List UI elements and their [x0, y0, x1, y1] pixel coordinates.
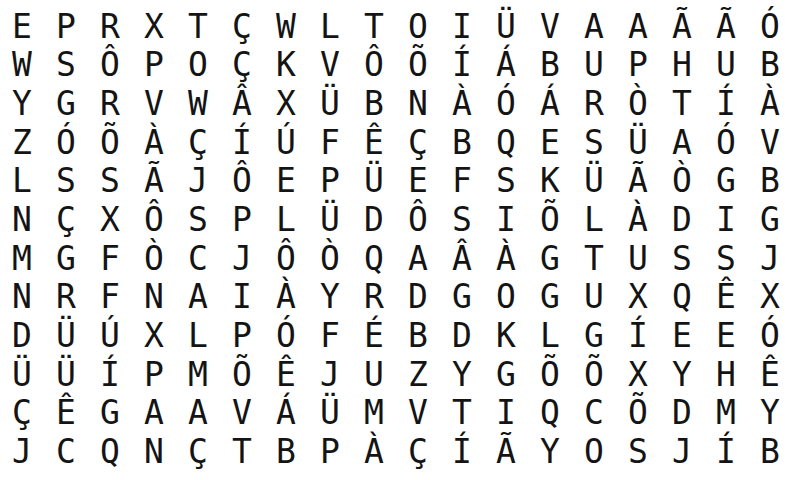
grid-cell[interactable]: A — [660, 123, 704, 162]
grid-cell[interactable]: Õ — [220, 355, 264, 394]
grid-cell[interactable]: I — [484, 200, 528, 239]
grid-cell[interactable]: Ü — [572, 162, 616, 201]
grid-cell[interactable]: N — [396, 84, 440, 123]
grid-cell[interactable]: A — [572, 7, 616, 46]
grid-cell[interactable]: D — [660, 394, 704, 433]
word-search-grid: EPRXTÇWLTOIÜVAAÃÃÓWSÔPOÇKVÔÕÍÁBUPHUBYGRV… — [0, 7, 792, 471]
grid-cell[interactable]: O — [176, 46, 220, 85]
grid-cell[interactable]: X — [616, 278, 660, 317]
grid-cell[interactable]: O — [484, 278, 528, 317]
grid-cell[interactable]: J — [176, 162, 220, 201]
grid-cell[interactable]: Ê — [352, 123, 396, 162]
grid-cell[interactable]: K — [264, 46, 308, 85]
grid-cell[interactable]: À — [132, 123, 176, 162]
grid-cell[interactable]: Ü — [616, 123, 660, 162]
grid-cell[interactable]: L — [528, 316, 572, 355]
grid-cell[interactable]: S — [704, 239, 748, 278]
grid-cell[interactable]: S — [44, 162, 88, 201]
grid-cell[interactable]: S — [660, 239, 704, 278]
grid-cell[interactable]: Í — [440, 432, 484, 471]
grid-cell[interactable]: P — [44, 7, 88, 46]
grid-cell[interactable]: Z — [0, 123, 44, 162]
grid-cell[interactable]: P — [308, 432, 352, 471]
grid-cell[interactable]: Ò — [616, 84, 660, 123]
grid-cell[interactable]: E — [704, 316, 748, 355]
grid-cell[interactable]: Ç — [220, 7, 264, 46]
grid-cell[interactable]: À — [748, 84, 792, 123]
grid-cell[interactable]: Ü — [308, 84, 352, 123]
grid-cell[interactable]: P — [308, 162, 352, 201]
grid-cell[interactable]: H — [704, 355, 748, 394]
grid-cell[interactable]: Ã — [132, 162, 176, 201]
grid-cell[interactable]: G — [704, 162, 748, 201]
grid-cell[interactable]: Í — [704, 84, 748, 123]
grid-cell[interactable]: L — [308, 7, 352, 46]
grid-cell[interactable]: X — [132, 316, 176, 355]
grid-cell[interactable]: B — [748, 432, 792, 471]
grid-cell[interactable]: U — [352, 355, 396, 394]
grid-cell[interactable]: F — [88, 239, 132, 278]
grid-cell[interactable]: T — [176, 7, 220, 46]
grid-cell[interactable]: Ô — [352, 46, 396, 85]
grid-cell[interactable]: T — [440, 394, 484, 433]
grid-cell[interactable]: B — [396, 316, 440, 355]
grid-cell[interactable]: Ó — [44, 123, 88, 162]
grid-cell[interactable]: Y — [528, 432, 572, 471]
grid-cell[interactable]: G — [484, 355, 528, 394]
grid-cell[interactable]: Õ — [88, 123, 132, 162]
grid-cell[interactable]: M — [0, 239, 44, 278]
grid-cell[interactable]: Y — [440, 355, 484, 394]
grid-cell[interactable]: À — [264, 278, 308, 317]
grid-cell[interactable]: Y — [660, 355, 704, 394]
grid-cell[interactable]: F — [308, 316, 352, 355]
grid-cell[interactable]: Ê — [44, 394, 88, 433]
grid-cell[interactable]: J — [308, 355, 352, 394]
grid-cell[interactable]: W — [264, 7, 308, 46]
grid-cell[interactable]: C — [176, 239, 220, 278]
grid-cell[interactable]: V — [528, 7, 572, 46]
grid-cell[interactable]: N — [0, 278, 44, 317]
grid-cell[interactable]: Ú — [264, 123, 308, 162]
grid-cell[interactable]: Z — [396, 355, 440, 394]
grid-cell[interactable]: G — [440, 278, 484, 317]
grid-cell[interactable]: Ô — [396, 200, 440, 239]
grid-cell[interactable]: S — [44, 46, 88, 85]
grid-cell[interactable]: J — [0, 432, 44, 471]
grid-cell[interactable]: Ã — [660, 7, 704, 46]
grid-cell[interactable]: Ç — [176, 123, 220, 162]
grid-cell[interactable]: Ç — [0, 394, 44, 433]
grid-cell[interactable]: S — [88, 162, 132, 201]
grid-cell[interactable]: S — [440, 200, 484, 239]
grid-cell[interactable]: S — [572, 123, 616, 162]
grid-cell[interactable]: G — [88, 394, 132, 433]
grid-cell[interactable]: Ó — [748, 316, 792, 355]
grid-cell[interactable]: N — [0, 200, 44, 239]
grid-cell[interactable]: À — [616, 200, 660, 239]
grid-cell[interactable]: Q — [88, 432, 132, 471]
grid-cell[interactable]: Ó — [484, 84, 528, 123]
grid-cell[interactable]: S — [176, 200, 220, 239]
grid-cell[interactable]: R — [88, 7, 132, 46]
grid-cell[interactable]: Q — [660, 278, 704, 317]
grid-cell[interactable]: F — [308, 123, 352, 162]
grid-cell[interactable]: G — [748, 200, 792, 239]
grid-cell[interactable]: P — [132, 46, 176, 85]
grid-cell[interactable]: K — [528, 162, 572, 201]
grid-cell[interactable]: Í — [220, 123, 264, 162]
grid-cell[interactable]: Á — [264, 394, 308, 433]
grid-cell[interactable]: Á — [484, 46, 528, 85]
grid-cell[interactable]: Ò — [308, 239, 352, 278]
grid-cell[interactable]: C — [572, 394, 616, 433]
grid-cell[interactable]: Ç — [396, 432, 440, 471]
grid-cell[interactable]: A — [616, 7, 660, 46]
grid-cell[interactable]: P — [616, 46, 660, 85]
grid-cell[interactable]: Õ — [572, 355, 616, 394]
grid-cell[interactable]: P — [220, 200, 264, 239]
grid-cell[interactable]: C — [44, 432, 88, 471]
grid-cell[interactable]: À — [352, 432, 396, 471]
grid-cell[interactable]: Í — [704, 432, 748, 471]
grid-cell[interactable]: R — [352, 278, 396, 317]
grid-cell[interactable]: Ü — [44, 355, 88, 394]
grid-cell[interactable]: Í — [88, 355, 132, 394]
grid-cell[interactable]: E — [396, 162, 440, 201]
grid-cell[interactable]: F — [440, 162, 484, 201]
grid-cell[interactable]: Õ — [616, 394, 660, 433]
grid-cell[interactable]: Q — [528, 394, 572, 433]
grid-cell[interactable]: M — [704, 394, 748, 433]
grid-cell[interactable]: X — [616, 355, 660, 394]
grid-cell[interactable]: Y — [308, 278, 352, 317]
grid-cell[interactable]: U — [572, 46, 616, 85]
grid-cell[interactable]: X — [748, 278, 792, 317]
grid-cell[interactable]: B — [748, 162, 792, 201]
grid-cell[interactable]: D — [352, 200, 396, 239]
grid-cell[interactable]: Ü — [44, 316, 88, 355]
grid-cell[interactable]: Ü — [0, 355, 44, 394]
grid-cell[interactable]: Ç — [176, 432, 220, 471]
grid-cell[interactable]: F — [88, 278, 132, 317]
grid-cell[interactable]: Ô — [264, 239, 308, 278]
grid-cell[interactable]: G — [572, 316, 616, 355]
grid-cell[interactable]: Ê — [704, 278, 748, 317]
grid-cell[interactable]: X — [88, 200, 132, 239]
grid-cell[interactable]: W — [0, 46, 44, 85]
grid-cell[interactable]: Q — [352, 239, 396, 278]
grid-cell[interactable]: O — [396, 7, 440, 46]
grid-cell[interactable]: A — [176, 394, 220, 433]
grid-cell[interactable]: É — [352, 316, 396, 355]
grid-cell[interactable]: G — [44, 239, 88, 278]
grid-cell[interactable]: Ò — [132, 239, 176, 278]
grid-cell[interactable]: Ô — [220, 162, 264, 201]
grid-cell[interactable]: E — [660, 316, 704, 355]
grid-cell[interactable]: Ê — [748, 355, 792, 394]
grid-cell[interactable]: Ü — [308, 394, 352, 433]
grid-cell[interactable]: Ó — [748, 7, 792, 46]
word-search-screen: EPRXTÇWLTOIÜVAAÃÃÓWSÔPOÇKVÔÕÍÁBUPHUBYGRV… — [0, 0, 800, 480]
grid-cell[interactable]: I — [704, 200, 748, 239]
grid-cell[interactable]: Ê — [264, 355, 308, 394]
grid-cell[interactable]: R — [88, 84, 132, 123]
grid-cell[interactable]: L — [0, 162, 44, 201]
grid-cell[interactable]: I — [440, 7, 484, 46]
grid-cell[interactable]: Õ — [396, 46, 440, 85]
grid-cell[interactable]: K — [484, 316, 528, 355]
grid-cell[interactable]: Q — [484, 123, 528, 162]
grid-cell[interactable]: L — [572, 200, 616, 239]
grid-cell[interactable]: D — [396, 278, 440, 317]
grid-cell[interactable]: À — [484, 239, 528, 278]
grid-cell[interactable]: B — [528, 46, 572, 85]
grid-cell[interactable]: Ô — [132, 200, 176, 239]
grid-cell[interactable]: B — [352, 84, 396, 123]
grid-cell[interactable]: Í — [440, 46, 484, 85]
grid-cell[interactable]: J — [748, 239, 792, 278]
grid-cell[interactable]: D — [660, 200, 704, 239]
grid-cell[interactable]: U — [572, 278, 616, 317]
grid-cell[interactable]: V — [748, 123, 792, 162]
grid-cell[interactable]: L — [176, 316, 220, 355]
grid-cell[interactable]: N — [132, 432, 176, 471]
grid-cell[interactable]: M — [176, 355, 220, 394]
grid-cell[interactable]: À — [440, 84, 484, 123]
grid-cell[interactable]: A — [132, 394, 176, 433]
grid-cell[interactable]: J — [660, 432, 704, 471]
grid-cell[interactable]: X — [132, 7, 176, 46]
grid-cell[interactable]: X — [264, 84, 308, 123]
grid-cell[interactable]: E — [264, 162, 308, 201]
grid-cell[interactable]: E — [0, 7, 44, 46]
grid-cell[interactable]: Ò — [660, 162, 704, 201]
grid-cell[interactable]: S — [484, 162, 528, 201]
grid-cell[interactable]: Ã — [616, 162, 660, 201]
grid-cell[interactable]: A — [176, 278, 220, 317]
grid-cell[interactable]: U — [616, 239, 660, 278]
grid-cell[interactable]: B — [748, 46, 792, 85]
grid-cell[interactable]: B — [440, 123, 484, 162]
grid-cell[interactable]: R — [44, 278, 88, 317]
grid-cell[interactable]: Â — [220, 84, 264, 123]
grid-cell[interactable]: Y — [748, 394, 792, 433]
grid-cell[interactable]: N — [132, 278, 176, 317]
grid-cell[interactable]: G — [528, 278, 572, 317]
grid-cell[interactable]: T — [660, 84, 704, 123]
grid-cell[interactable]: D — [440, 316, 484, 355]
grid-cell[interactable]: Y — [0, 84, 44, 123]
grid-cell[interactable]: V — [132, 84, 176, 123]
grid-cell[interactable]: Ü — [352, 162, 396, 201]
grid-cell[interactable]: G — [44, 84, 88, 123]
grid-cell[interactable]: Á — [528, 84, 572, 123]
grid-cell[interactable]: Ç — [396, 123, 440, 162]
grid-cell[interactable]: O — [572, 432, 616, 471]
grid-cell[interactable]: G — [528, 239, 572, 278]
grid-cell[interactable]: V — [396, 394, 440, 433]
grid-cell[interactable]: P — [220, 316, 264, 355]
grid-cell[interactable]: P — [132, 355, 176, 394]
grid-cell[interactable]: M — [352, 394, 396, 433]
grid-cell[interactable]: Ç — [220, 46, 264, 85]
grid-cell[interactable]: Ó — [264, 316, 308, 355]
grid-cell[interactable]: I — [484, 394, 528, 433]
grid-cell[interactable]: Ü — [308, 200, 352, 239]
grid-cell[interactable]: Ü — [484, 7, 528, 46]
grid-cell[interactable]: T — [572, 239, 616, 278]
grid-cell[interactable]: T — [352, 7, 396, 46]
grid-cell[interactable]: J — [220, 239, 264, 278]
grid-cell[interactable]: V — [220, 394, 264, 433]
grid-cell[interactable]: Â — [440, 239, 484, 278]
grid-cell[interactable]: Ó — [704, 123, 748, 162]
grid-cell[interactable]: Ô — [88, 46, 132, 85]
grid-cell[interactable]: L — [264, 200, 308, 239]
grid-cell[interactable]: I — [220, 278, 264, 317]
grid-cell[interactable]: E — [528, 123, 572, 162]
grid-cell[interactable]: Õ — [528, 355, 572, 394]
grid-cell[interactable]: Ã — [484, 432, 528, 471]
grid-cell[interactable]: H — [660, 46, 704, 85]
grid-cell[interactable]: D — [0, 316, 44, 355]
grid-cell[interactable]: T — [220, 432, 264, 471]
grid-cell[interactable]: Ã — [704, 7, 748, 46]
grid-cell[interactable]: R — [572, 84, 616, 123]
grid-cell[interactable]: Ú — [88, 316, 132, 355]
grid-cell[interactable]: B — [264, 432, 308, 471]
grid-cell[interactable]: Í — [616, 316, 660, 355]
grid-cell[interactable]: V — [308, 46, 352, 85]
grid-cell[interactable]: U — [704, 46, 748, 85]
grid-cell[interactable]: A — [396, 239, 440, 278]
grid-cell[interactable]: Ç — [44, 200, 88, 239]
grid-cell[interactable]: W — [176, 84, 220, 123]
grid-cell[interactable]: S — [616, 432, 660, 471]
grid-cell[interactable]: Õ — [528, 200, 572, 239]
